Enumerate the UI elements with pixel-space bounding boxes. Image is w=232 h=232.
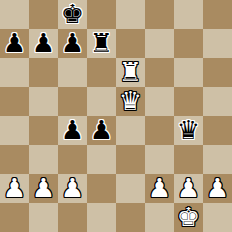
square-f8[interactable] — [145, 0, 174, 29]
piece-black-pawn[interactable]: ♟ — [90, 117, 113, 143]
square-h4[interactable] — [203, 116, 232, 145]
square-a5[interactable] — [0, 87, 29, 116]
piece-black-pawn[interactable]: ♟ — [32, 30, 55, 56]
square-d1[interactable] — [87, 203, 116, 232]
square-g2[interactable]: ♟ — [174, 174, 203, 203]
square-g1[interactable]: ♚ — [174, 203, 203, 232]
square-d3[interactable] — [87, 145, 116, 174]
square-h2[interactable]: ♟ — [203, 174, 232, 203]
square-g4[interactable]: ♛ — [174, 116, 203, 145]
square-a7[interactable]: ♟ — [0, 29, 29, 58]
square-a8[interactable] — [0, 0, 29, 29]
piece-black-queen[interactable]: ♛ — [177, 117, 200, 143]
square-b2[interactable]: ♟ — [29, 174, 58, 203]
piece-white-pawn[interactable]: ♟ — [148, 175, 171, 201]
piece-white-pawn[interactable]: ♟ — [32, 175, 55, 201]
piece-black-rook[interactable]: ♜ — [90, 30, 113, 56]
square-a2[interactable]: ♟ — [0, 174, 29, 203]
square-e8[interactable] — [116, 0, 145, 29]
square-c3[interactable] — [58, 145, 87, 174]
square-d5[interactable] — [87, 87, 116, 116]
square-g5[interactable] — [174, 87, 203, 116]
square-g8[interactable] — [174, 0, 203, 29]
square-d6[interactable] — [87, 58, 116, 87]
square-a4[interactable] — [0, 116, 29, 145]
square-b6[interactable] — [29, 58, 58, 87]
square-d8[interactable] — [87, 0, 116, 29]
square-f1[interactable] — [145, 203, 174, 232]
square-d4[interactable]: ♟ — [87, 116, 116, 145]
square-b8[interactable] — [29, 0, 58, 29]
square-e3[interactable] — [116, 145, 145, 174]
square-h7[interactable] — [203, 29, 232, 58]
square-c7[interactable]: ♟ — [58, 29, 87, 58]
square-f6[interactable] — [145, 58, 174, 87]
square-e4[interactable] — [116, 116, 145, 145]
square-b4[interactable] — [29, 116, 58, 145]
piece-black-pawn[interactable]: ♟ — [3, 30, 26, 56]
square-e1[interactable] — [116, 203, 145, 232]
square-a6[interactable] — [0, 58, 29, 87]
square-f5[interactable] — [145, 87, 174, 116]
square-c5[interactable] — [58, 87, 87, 116]
square-a1[interactable] — [0, 203, 29, 232]
square-c1[interactable] — [58, 203, 87, 232]
piece-black-pawn[interactable]: ♟ — [61, 117, 84, 143]
square-c4[interactable]: ♟ — [58, 116, 87, 145]
square-d2[interactable] — [87, 174, 116, 203]
piece-white-king[interactable]: ♚ — [177, 204, 200, 230]
square-b3[interactable] — [29, 145, 58, 174]
square-e7[interactable] — [116, 29, 145, 58]
square-c8[interactable]: ♚ — [58, 0, 87, 29]
piece-black-pawn[interactable]: ♟ — [61, 30, 84, 56]
piece-black-king[interactable]: ♚ — [61, 1, 84, 27]
square-g7[interactable] — [174, 29, 203, 58]
square-e5[interactable]: ♛ — [116, 87, 145, 116]
square-h1[interactable] — [203, 203, 232, 232]
square-h6[interactable] — [203, 58, 232, 87]
square-g3[interactable] — [174, 145, 203, 174]
square-c6[interactable] — [58, 58, 87, 87]
square-d7[interactable]: ♜ — [87, 29, 116, 58]
square-g6[interactable] — [174, 58, 203, 87]
piece-white-pawn[interactable]: ♟ — [61, 175, 84, 201]
square-h8[interactable] — [203, 0, 232, 29]
square-h3[interactable] — [203, 145, 232, 174]
square-f4[interactable] — [145, 116, 174, 145]
square-b5[interactable] — [29, 87, 58, 116]
chess-board: ♚♟♟♟♜♜♛♟♟♛♟♟♟♟♟♟♚ — [0, 0, 232, 232]
square-c2[interactable]: ♟ — [58, 174, 87, 203]
square-e6[interactable]: ♜ — [116, 58, 145, 87]
square-f3[interactable] — [145, 145, 174, 174]
square-b1[interactable] — [29, 203, 58, 232]
piece-white-queen[interactable]: ♛ — [119, 88, 142, 114]
piece-white-rook[interactable]: ♜ — [119, 59, 142, 85]
square-f7[interactable] — [145, 29, 174, 58]
square-a3[interactable] — [0, 145, 29, 174]
piece-white-pawn[interactable]: ♟ — [206, 175, 229, 201]
piece-white-pawn[interactable]: ♟ — [3, 175, 26, 201]
square-h5[interactable] — [203, 87, 232, 116]
square-b7[interactable]: ♟ — [29, 29, 58, 58]
square-e2[interactable] — [116, 174, 145, 203]
piece-white-pawn[interactable]: ♟ — [177, 175, 200, 201]
square-f2[interactable]: ♟ — [145, 174, 174, 203]
